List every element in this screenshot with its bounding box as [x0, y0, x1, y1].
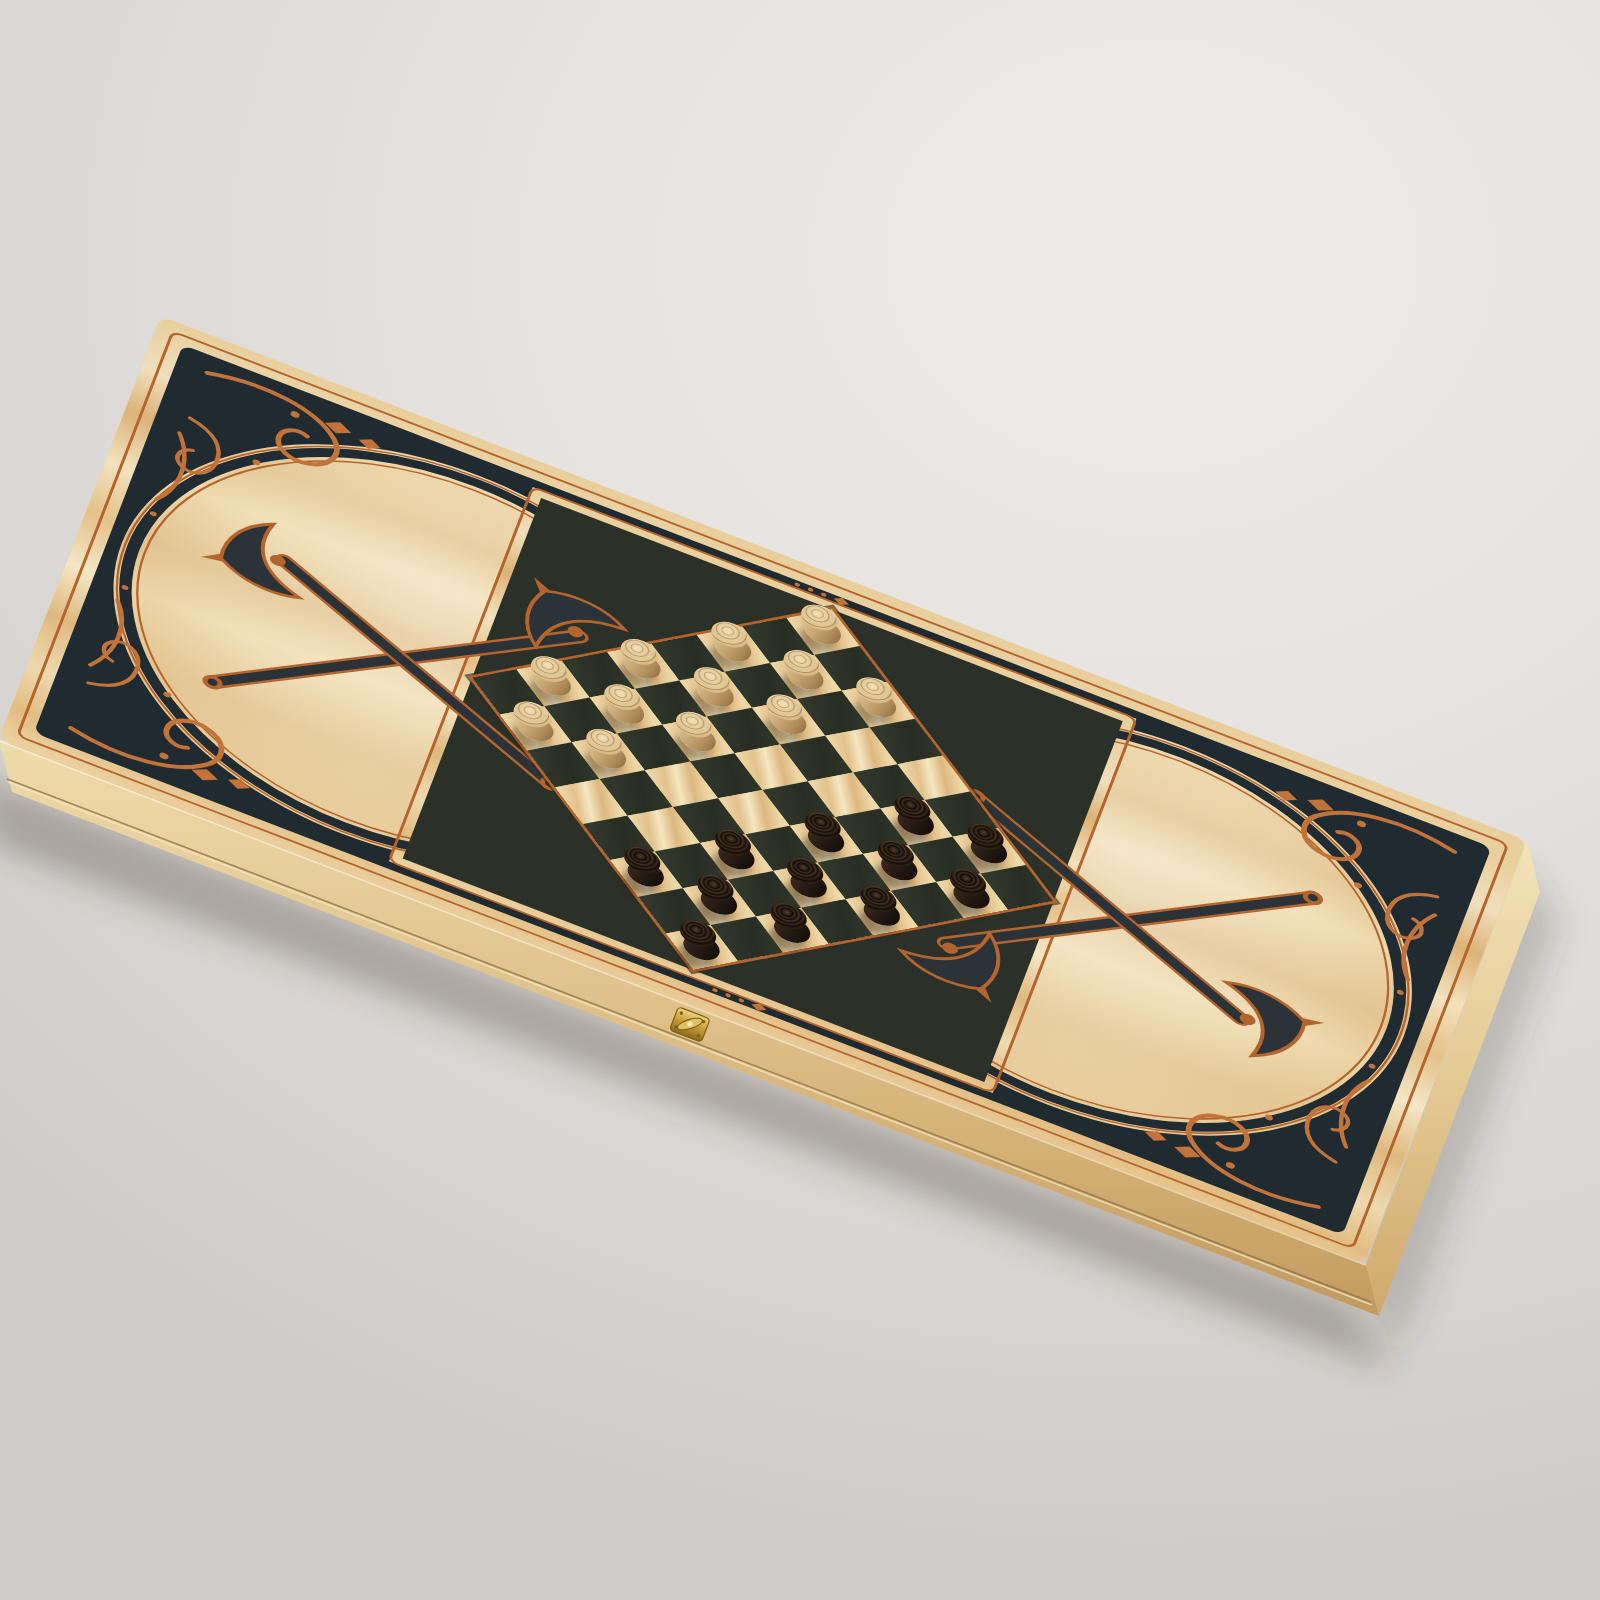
checker-piece-light[interactable] — [784, 660, 828, 695]
checker-piece-light[interactable] — [677, 722, 721, 757]
checker-piece-dark[interactable] — [805, 823, 849, 858]
checker-piece-light[interactable] — [767, 705, 811, 740]
checker-piece-dark[interactable] — [680, 930, 724, 965]
photo-stage — [0, 0, 1600, 1600]
checker-piece-dark[interactable] — [895, 805, 939, 840]
checker-piece-dark[interactable] — [788, 868, 832, 903]
checker-piece-dark[interactable] — [950, 878, 994, 913]
checker-piece-dark[interactable] — [860, 896, 904, 931]
checker-piece-light[interactable] — [711, 632, 755, 667]
checker-piece-light[interactable] — [694, 677, 738, 712]
checker-piece-light[interactable] — [621, 649, 665, 684]
checker-piece-light[interactable] — [857, 687, 901, 722]
checker-piece-dark[interactable] — [625, 857, 669, 892]
checker-piece-dark[interactable] — [968, 833, 1012, 868]
checker-piece-light[interactable] — [531, 666, 575, 701]
checker-piece-dark[interactable] — [698, 885, 742, 920]
checker-piece-dark[interactable] — [878, 851, 922, 886]
checker-piece-dark[interactable] — [715, 840, 759, 875]
checker-piece-light[interactable] — [801, 614, 845, 649]
checker-piece-light[interactable] — [604, 694, 648, 729]
checker-piece-light[interactable] — [587, 739, 631, 774]
checker-piece-dark[interactable] — [770, 913, 814, 948]
checker-piece-light[interactable] — [514, 711, 558, 746]
